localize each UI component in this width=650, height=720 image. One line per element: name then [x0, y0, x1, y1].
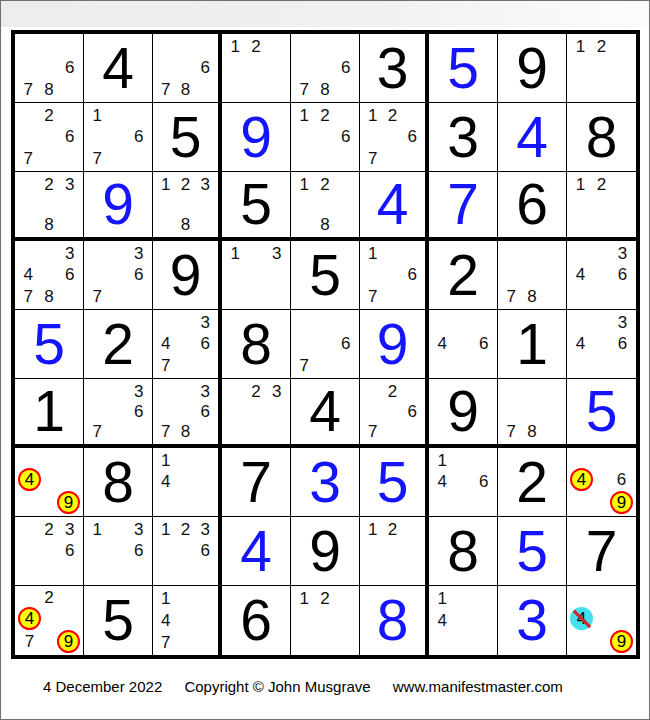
candidate-2: 2: [39, 174, 60, 194]
cell-r1c3[interactable]: 678: [153, 34, 222, 103]
cell-value: 5: [498, 517, 566, 585]
candidate-empty: [542, 422, 563, 442]
candidate-empty: [195, 194, 215, 214]
candidate-empty: [59, 36, 80, 57]
candidate-empty: [570, 491, 593, 514]
candidate-2: 2: [591, 174, 612, 194]
candidate-7: 7: [18, 148, 39, 169]
candidate-6: 6: [335, 57, 356, 78]
candidate-empty: [18, 491, 41, 514]
candidate-9-highlighted: 9: [610, 630, 633, 653]
candidate-empty: [156, 194, 176, 214]
candidate-empty: [335, 194, 356, 214]
cell-r3c9[interactable]: 12: [567, 172, 636, 241]
candidate-empty: [453, 631, 474, 653]
candidate-empty: [591, 215, 612, 235]
candidate-empty: [59, 194, 80, 214]
candidate-4: 4: [156, 333, 176, 354]
candidate-empty: [176, 610, 196, 632]
cell-r8c3[interactable]: 1236: [153, 517, 222, 586]
candidate-empty: [501, 401, 522, 421]
candidate-empty: [108, 381, 129, 401]
candidate-8: 8: [522, 286, 543, 307]
candidate-grid: 12: [222, 34, 290, 102]
candidate-empty: [363, 562, 383, 583]
candidate-empty: [156, 36, 176, 57]
candidate-empty: [453, 588, 474, 610]
candidate-grid: 12: [567, 172, 636, 237]
candidate-empty: [591, 79, 612, 100]
candidate-3: 3: [266, 243, 287, 264]
cell-r6c8[interactable]: 78: [498, 379, 567, 448]
candidate-empty: [156, 57, 176, 78]
candidate-7: 7: [156, 355, 176, 376]
candidate-empty: [59, 215, 80, 235]
cell-r2c7[interactable]: 3: [429, 103, 498, 172]
cell-r1c5[interactable]: 678: [291, 34, 360, 103]
candidate-empty: [128, 148, 149, 169]
candidate-empty: [501, 264, 522, 285]
candidate-empty: [610, 607, 633, 630]
cell-r9c8[interactable]: 3: [498, 586, 567, 655]
cell-r2c9[interactable]: 8: [567, 103, 636, 172]
cell-value: 2: [429, 241, 497, 309]
cell-r7c7[interactable]: 146: [429, 448, 498, 517]
candidate-8: 8: [176, 79, 196, 100]
cell-r1c2[interactable]: 4: [84, 34, 153, 103]
candidate-empty: [591, 286, 612, 307]
candidate-empty: [18, 57, 39, 78]
cell-value: 3: [429, 103, 497, 171]
candidate-empty: [156, 312, 176, 333]
candidate-empty: [266, 57, 287, 78]
candidate-empty: [473, 610, 494, 632]
candidate-empty: [39, 243, 60, 264]
candidate-empty: [315, 333, 336, 354]
candidate-7: 7: [294, 79, 315, 100]
candidate-grid: 49: [567, 586, 636, 655]
candidate-4: 4: [432, 333, 453, 354]
cell-r3c1[interactable]: 238: [15, 172, 84, 241]
cell-value: 5: [84, 586, 152, 655]
candidate-8: 8: [176, 422, 196, 442]
cell-r2c8[interactable]: 4: [498, 103, 567, 172]
candidate-empty: [453, 312, 474, 333]
candidate-empty: [612, 355, 633, 376]
candidate-empty: [610, 588, 633, 607]
cell-r9c2[interactable]: 5: [84, 586, 153, 655]
candidate-empty: [225, 264, 246, 285]
cell-r6c2[interactable]: 367: [84, 379, 153, 448]
cell-value: 5: [15, 310, 83, 378]
cell-r6c4[interactable]: 23: [222, 379, 291, 448]
candidate-empty: [542, 401, 563, 421]
cell-r2c1[interactable]: 267: [15, 103, 84, 172]
candidate-empty: [108, 540, 129, 561]
candidate-empty: [176, 312, 196, 333]
cell-r9c3[interactable]: 147: [153, 586, 222, 655]
cell-r2c5[interactable]: 126: [291, 103, 360, 172]
candidate-empty: [266, 36, 287, 57]
cell-r7c4[interactable]: 7: [222, 448, 291, 517]
cell-r9c7[interactable]: 14: [429, 586, 498, 655]
candidate-empty: [294, 126, 315, 147]
cell-r8c6[interactable]: 12: [360, 517, 429, 586]
candidate-1: 1: [294, 588, 315, 610]
cell-value: 2: [498, 448, 566, 516]
candidate-empty: [294, 631, 315, 653]
cell-r5c1[interactable]: 5: [15, 310, 84, 379]
cell-value: 8: [360, 586, 425, 655]
cell-r5c7[interactable]: 46: [429, 310, 498, 379]
cell-r1c8[interactable]: 9: [498, 34, 567, 103]
footer: 4 December 2022 Copyright © John Musgrav…: [43, 678, 649, 695]
cell-r4c9[interactable]: 346: [567, 241, 636, 310]
candidate-8: 8: [522, 422, 543, 442]
candidate-empty: [225, 57, 246, 78]
candidate-empty: [246, 264, 267, 285]
candidate-empty: [39, 36, 60, 57]
candidate-empty: [39, 562, 60, 583]
cell-r9c6[interactable]: 8: [360, 586, 429, 655]
cell-r1c4[interactable]: 12: [222, 34, 291, 103]
cell-r2c3[interactable]: 5: [153, 103, 222, 172]
candidate-empty: [176, 540, 196, 561]
cell-value: 4: [222, 517, 290, 585]
cell-r8c8[interactable]: 5: [498, 517, 567, 586]
candidate-grid: 12: [291, 586, 359, 655]
cell-value: 1: [15, 379, 83, 444]
candidate-grid: 238: [15, 172, 83, 237]
candidate-6: 6: [610, 468, 633, 491]
candidate-empty: [266, 79, 287, 100]
candidate-6: 6: [59, 540, 80, 561]
cell-r4c6[interactable]: 167: [360, 241, 429, 310]
candidate-1: 1: [156, 519, 176, 540]
candidate-grid: 367: [84, 379, 152, 444]
candidate-1: 1: [294, 105, 315, 126]
cell-r7c2[interactable]: 8: [84, 448, 153, 517]
candidate-2: 2: [383, 519, 403, 540]
candidate-empty: [402, 286, 422, 307]
candidate-empty: [87, 562, 108, 583]
cell-r7c5[interactable]: 3: [291, 448, 360, 517]
candidate-empty: [195, 422, 215, 442]
candidate-empty: [501, 243, 522, 264]
candidate-2: 2: [315, 588, 336, 610]
candidate-empty: [195, 631, 215, 653]
candidate-empty: [612, 36, 633, 57]
cell-r8c5[interactable]: 9: [291, 517, 360, 586]
candidate-empty: [18, 174, 39, 194]
candidate-empty: [266, 264, 287, 285]
candidate-empty: [591, 57, 612, 78]
candidate-empty: [39, 540, 60, 561]
cell-r1c9[interactable]: 12: [567, 34, 636, 103]
cell-r7c9[interactable]: 469: [567, 448, 636, 517]
candidate-6: 6: [473, 471, 494, 492]
cell-r4c3[interactable]: 9: [153, 241, 222, 310]
cell-r6c1[interactable]: 1: [15, 379, 84, 448]
cell-value: 9: [84, 172, 152, 237]
candidate-1: 1: [225, 243, 246, 264]
cell-r8c2[interactable]: 136: [84, 517, 153, 586]
candidate-6: 6: [612, 333, 633, 354]
candidate-grid: 1238: [153, 172, 218, 237]
candidate-empty: [315, 312, 336, 333]
candidate-empty: [315, 57, 336, 78]
candidate-4: 4: [432, 471, 453, 492]
candidate-8: 8: [315, 215, 336, 235]
cell-r4c1[interactable]: 34678: [15, 241, 84, 310]
candidate-empty: [39, 264, 60, 285]
candidate-grid: 147: [153, 586, 218, 655]
candidate-empty: [195, 215, 215, 235]
candidate-empty: [195, 471, 215, 492]
candidate-empty: [176, 562, 196, 583]
candidate-empty: [383, 540, 403, 561]
candidate-empty: [39, 126, 60, 147]
cell-r4c5[interactable]: 5: [291, 241, 360, 310]
candidate-6: 6: [402, 401, 422, 421]
candidate-1: 1: [363, 243, 383, 264]
candidate-1: 1: [432, 450, 453, 471]
candidate-empty: [195, 610, 215, 632]
top-bar: [1, 1, 649, 27]
cell-r2c2[interactable]: 167: [84, 103, 153, 172]
cell-r8c7[interactable]: 8: [429, 517, 498, 586]
cell-r3c2[interactable]: 9: [84, 172, 153, 241]
cell-r1c7[interactable]: 5: [429, 34, 498, 103]
candidate-empty: [176, 381, 196, 401]
cell-value: 9: [360, 310, 425, 378]
cell-value: 9: [291, 517, 359, 585]
candidate-6: 6: [128, 401, 149, 421]
candidate-empty: [108, 286, 129, 307]
candidate-empty: [453, 493, 474, 514]
cell-r5c8[interactable]: 1: [498, 310, 567, 379]
candidate-empty: [522, 264, 543, 285]
candidate-3: 3: [59, 519, 80, 540]
cell-r5c6[interactable]: 9: [360, 310, 429, 379]
candidate-3: 3: [59, 174, 80, 194]
cell-r5c4[interactable]: 8: [222, 310, 291, 379]
cell-value: 9: [153, 241, 218, 309]
candidate-empty: [195, 562, 215, 583]
cell-r8c9[interactable]: 7: [567, 517, 636, 586]
candidate-empty: [570, 79, 591, 100]
candidate-empty: [18, 562, 39, 583]
candidate-1: 1: [225, 36, 246, 57]
cell-r5c9[interactable]: 346: [567, 310, 636, 379]
cell-value: 9: [429, 379, 497, 444]
candidate-empty: [591, 355, 612, 376]
cell-r1c1[interactable]: 678: [15, 34, 84, 103]
candidate-empty: [294, 610, 315, 632]
candidate-grid: 167: [360, 241, 425, 309]
candidate-empty: [612, 286, 633, 307]
candidate-empty: [39, 148, 60, 169]
candidate-empty: [294, 36, 315, 57]
cell-r8c4[interactable]: 4: [222, 517, 291, 586]
cell-r7c1[interactable]: 49: [15, 448, 84, 517]
candidate-empty: [18, 588, 41, 607]
candidate-9-highlighted: 9: [57, 491, 80, 514]
cell-r6c7[interactable]: 9: [429, 379, 498, 448]
candidate-empty: [315, 126, 336, 147]
candidate-empty: [383, 422, 403, 442]
cell-value: 9: [222, 103, 290, 171]
candidate-7: 7: [87, 286, 108, 307]
cell-r6c6[interactable]: 267: [360, 379, 429, 448]
candidate-empty: [41, 607, 57, 630]
cell-r9c1[interactable]: 2479: [15, 586, 84, 655]
candidate-grid: 13: [222, 241, 290, 309]
candidate-empty: [473, 450, 494, 471]
candidate-1: 1: [156, 450, 176, 471]
candidate-1: 1: [570, 36, 591, 57]
candidate-2: 2: [315, 105, 336, 126]
candidate-empty: [363, 264, 383, 285]
cell-r7c8[interactable]: 2: [498, 448, 567, 517]
candidate-empty: [570, 215, 591, 235]
candidate-1: 1: [432, 588, 453, 610]
candidate-2: 2: [39, 519, 60, 540]
candidate-empty: [593, 607, 610, 630]
candidate-empty: [591, 194, 612, 214]
candidate-empty: [473, 631, 494, 653]
candidate-grid: 78: [498, 241, 566, 309]
cell-r4c4[interactable]: 13: [222, 241, 291, 310]
candidate-grid: 14: [429, 586, 497, 655]
cell-r3c6[interactable]: 4: [360, 172, 429, 241]
candidate-empty: [128, 286, 149, 307]
candidate-6: 6: [59, 126, 80, 147]
candidate-empty: [402, 243, 422, 264]
cell-r7c3[interactable]: 14: [153, 448, 222, 517]
candidate-empty: [59, 562, 80, 583]
candidate-empty: [570, 312, 591, 333]
candidate-2: 2: [383, 381, 403, 401]
candidate-2: 2: [315, 174, 336, 194]
candidate-6: 6: [59, 57, 80, 78]
cell-r5c3[interactable]: 3467: [153, 310, 222, 379]
cell-r3c5[interactable]: 128: [291, 172, 360, 241]
candidate-grid: 78: [498, 379, 566, 444]
candidate-empty: [108, 243, 129, 264]
cell-r3c3[interactable]: 1238: [153, 172, 222, 241]
candidate-empty: [57, 468, 80, 491]
cell-value: 4: [498, 103, 566, 171]
cell-value: 5: [222, 172, 290, 237]
cell-value: 7: [222, 448, 290, 516]
cell-r3c4[interactable]: 5: [222, 172, 291, 241]
candidate-empty: [108, 264, 129, 285]
cell-r6c3[interactable]: 3678: [153, 379, 222, 448]
cell-value: 4: [84, 34, 152, 102]
candidate-7: 7: [18, 79, 39, 100]
candidate-grid: 136: [84, 517, 152, 585]
candidate-empty: [225, 422, 246, 442]
candidate-3: 3: [612, 243, 633, 264]
cell-r5c2[interactable]: 2: [84, 310, 153, 379]
candidate-8: 8: [39, 286, 60, 307]
candidate-6: 6: [335, 333, 356, 354]
candidate-empty: [87, 381, 108, 401]
cell-r4c7[interactable]: 2: [429, 241, 498, 310]
candidate-6: 6: [128, 540, 149, 561]
cell-r3c7[interactable]: 7: [429, 172, 498, 241]
cell-r4c2[interactable]: 367: [84, 241, 153, 310]
candidate-empty: [176, 57, 196, 78]
candidate-grid: 34678: [15, 241, 83, 309]
cell-value: 2: [84, 310, 152, 378]
candidate-1: 1: [156, 588, 176, 610]
candidate-empty: [335, 174, 356, 194]
candidate-empty: [176, 631, 196, 653]
candidate-grid: 67: [291, 310, 359, 378]
cell-r6c9[interactable]: 5: [567, 379, 636, 448]
cell-r1c6[interactable]: 3: [360, 34, 429, 103]
candidate-empty: [522, 243, 543, 264]
candidate-grid: 1267: [360, 103, 425, 171]
candidate-empty: [570, 355, 591, 376]
candidate-1: 1: [87, 105, 108, 126]
candidate-empty: [570, 630, 593, 653]
candidate-empty: [59, 79, 80, 100]
cell-value: 5: [360, 448, 425, 516]
cell-r4c8[interactable]: 78: [498, 241, 567, 310]
cell-r6c5[interactable]: 4: [291, 379, 360, 448]
candidate-grid: 128: [291, 172, 359, 237]
footer-copyright: Copyright © John Musgrave: [184, 678, 370, 695]
candidate-empty: [57, 450, 80, 468]
cell-r3c8[interactable]: 6: [498, 172, 567, 241]
cell-r9c9[interactable]: 49: [567, 586, 636, 655]
candidate-empty: [315, 148, 336, 169]
cell-r8c1[interactable]: 236: [15, 517, 84, 586]
candidate-grid: 236: [15, 517, 83, 585]
cell-r9c4[interactable]: 6: [222, 586, 291, 655]
candidate-empty: [315, 36, 336, 57]
cell-r2c4[interactable]: 9: [222, 103, 291, 172]
cell-r9c5[interactable]: 12: [291, 586, 360, 655]
candidate-grid: 146: [429, 448, 497, 516]
candidate-grid: 12: [567, 34, 636, 102]
candidate-empty: [570, 450, 593, 468]
candidate-empty: [383, 264, 403, 285]
candidate-6: 6: [335, 126, 356, 147]
candidate-empty: [335, 105, 356, 126]
candidate-empty: [176, 355, 196, 376]
candidate-4-highlighted: 4: [18, 468, 41, 491]
cell-value: 6: [222, 586, 290, 655]
candidate-empty: [225, 401, 246, 421]
footer-website: www.manifestmaster.com: [393, 678, 563, 695]
cell-r5c5[interactable]: 67: [291, 310, 360, 379]
candidate-empty: [41, 491, 57, 514]
candidate-empty: [18, 519, 39, 540]
candidate-empty: [57, 607, 80, 630]
cell-r2c6[interactable]: 1267: [360, 103, 429, 172]
candidate-empty: [294, 194, 315, 214]
candidate-empty: [335, 79, 356, 100]
candidate-empty: [195, 588, 215, 610]
candidate-empty: [108, 562, 129, 583]
cell-r7c6[interactable]: 5: [360, 448, 429, 517]
candidate-grid: 367: [84, 241, 152, 309]
candidate-empty: [87, 243, 108, 264]
